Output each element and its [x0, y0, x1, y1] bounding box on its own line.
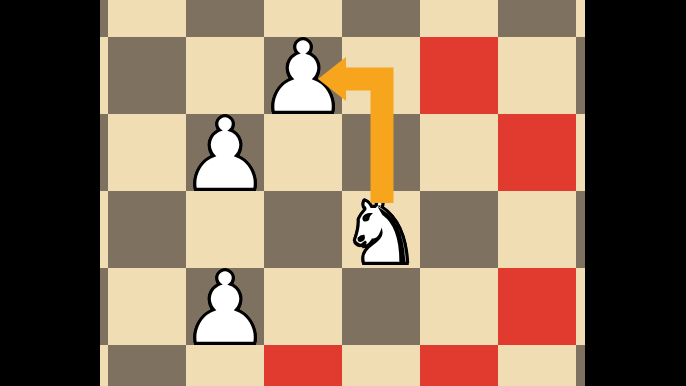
- board-square[interactable]: [186, 0, 264, 37]
- board-square[interactable]: [108, 191, 186, 268]
- board-square[interactable]: [342, 0, 420, 37]
- board-square[interactable]: [498, 268, 576, 345]
- board-square[interactable]: [420, 0, 498, 37]
- board-square[interactable]: [420, 37, 498, 114]
- board-square[interactable]: [108, 268, 186, 345]
- board-square[interactable]: [108, 345, 186, 386]
- video-frame: ♟♟♞♟: [0, 0, 686, 386]
- board-square[interactable]: [420, 345, 498, 386]
- board-square[interactable]: [108, 37, 186, 114]
- board-square[interactable]: [498, 114, 576, 191]
- board-square[interactable]: [108, 114, 186, 191]
- board-square[interactable]: [498, 37, 576, 114]
- board-square[interactable]: [264, 345, 342, 386]
- board-square[interactable]: [420, 191, 498, 268]
- chess-board: ♟♟♞♟: [30, 0, 654, 386]
- board-square[interactable]: ♞: [342, 191, 420, 268]
- board-square[interactable]: [108, 0, 186, 37]
- board-square[interactable]: ♟: [264, 37, 342, 114]
- board-square[interactable]: [264, 268, 342, 345]
- board-square[interactable]: ♟: [186, 114, 264, 191]
- board-square[interactable]: [420, 114, 498, 191]
- letterbox-left-bar: [0, 0, 100, 386]
- board-square[interactable]: [498, 345, 576, 386]
- board-square[interactable]: [498, 0, 576, 37]
- board-square[interactable]: [264, 191, 342, 268]
- board-square[interactable]: [342, 37, 420, 114]
- board-square[interactable]: [420, 268, 498, 345]
- board-square[interactable]: ♟: [186, 268, 264, 345]
- white-pawn[interactable]: ♟: [258, 28, 348, 128]
- letterbox-right-bar: [585, 0, 686, 386]
- board-square[interactable]: [342, 345, 420, 386]
- white-pawn[interactable]: ♟: [180, 259, 270, 359]
- white-knight[interactable]: ♞: [340, 186, 422, 278]
- white-pawn[interactable]: ♟: [180, 105, 270, 205]
- board-square[interactable]: [498, 191, 576, 268]
